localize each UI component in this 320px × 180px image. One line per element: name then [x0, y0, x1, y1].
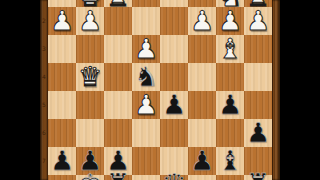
square-c8[interactable]	[188, 175, 216, 180]
square-b6[interactable]	[216, 119, 244, 147]
square-e4[interactable]: ♞	[132, 63, 160, 91]
square-d4[interactable]	[160, 63, 188, 91]
piece-white-pawn-e3[interactable]: ♟	[134, 35, 158, 63]
square-d8[interactable]: ♛	[160, 175, 188, 180]
square-a1[interactable]: ♜	[244, 0, 272, 7]
square-h3[interactable]	[48, 35, 76, 63]
square-a8[interactable]: ♜	[244, 175, 272, 180]
square-a4[interactable]	[244, 63, 272, 91]
square-e2[interactable]	[132, 7, 160, 35]
square-e5[interactable]: ♟	[132, 91, 160, 119]
piece-white-pawn-a2[interactable]: ♟	[246, 7, 270, 35]
piece-black-pawn-d5[interactable]: ♟	[162, 91, 186, 119]
square-h4[interactable]	[48, 63, 76, 91]
square-g8[interactable]: ♚	[76, 175, 104, 180]
square-e8[interactable]	[132, 175, 160, 180]
piece-black-knight-e4[interactable]: ♞	[134, 63, 158, 91]
square-f6[interactable]	[104, 119, 132, 147]
square-b8[interactable]	[216, 175, 244, 180]
square-f7[interactable]: ♟	[104, 147, 132, 175]
piece-white-pawn-g2[interactable]: ♟	[78, 7, 102, 35]
square-h1[interactable]	[48, 0, 76, 7]
rank-label-7: 7	[40, 157, 48, 165]
square-g1[interactable]: ♚	[76, 0, 104, 7]
square-g5[interactable]	[76, 91, 104, 119]
square-f3[interactable]	[104, 35, 132, 63]
screenshot-canvas: 234567 ♚♜♞♜♟♟♟♟♟♟♝♛♞♟♟♟♟♟♟♟♟♝♚♜♛♜	[0, 0, 320, 180]
square-b7[interactable]: ♝	[216, 147, 244, 175]
square-d6[interactable]	[160, 119, 188, 147]
piece-black-pawn-h7[interactable]: ♟	[50, 147, 74, 175]
square-c4[interactable]	[188, 63, 216, 91]
piece-white-pawn-c2[interactable]: ♟	[190, 7, 214, 35]
square-g2[interactable]: ♟	[76, 7, 104, 35]
rank-label-5: 5	[40, 101, 48, 109]
square-g3[interactable]	[76, 35, 104, 63]
square-h8[interactable]	[48, 175, 76, 180]
square-e1[interactable]	[132, 0, 160, 7]
square-b1[interactable]: ♞	[216, 0, 244, 7]
square-c3[interactable]	[188, 35, 216, 63]
square-d3[interactable]	[160, 35, 188, 63]
piece-black-pawn-b5[interactable]: ♟	[218, 91, 242, 119]
piece-black-pawn-f7[interactable]: ♟	[106, 147, 130, 175]
square-a2[interactable]: ♟	[244, 7, 272, 35]
square-b2[interactable]: ♟	[216, 7, 244, 35]
square-f5[interactable]	[104, 91, 132, 119]
rank-label-2: 2	[40, 17, 48, 25]
square-h7[interactable]: ♟	[48, 147, 76, 175]
square-c2[interactable]: ♟	[188, 7, 216, 35]
square-f1[interactable]: ♜	[104, 0, 132, 7]
piece-black-pawn-g7[interactable]: ♟	[78, 147, 102, 175]
chess-board-frame: 234567 ♚♜♞♜♟♟♟♟♟♟♝♛♞♟♟♟♟♟♟♟♟♝♚♜♛♜	[40, 0, 280, 180]
square-h2[interactable]: ♟	[48, 7, 76, 35]
square-b4[interactable]	[216, 63, 244, 91]
square-f4[interactable]	[104, 63, 132, 91]
piece-white-pawn-e5[interactable]: ♟	[134, 91, 158, 119]
square-e3[interactable]: ♟	[132, 35, 160, 63]
square-e7[interactable]	[132, 147, 160, 175]
square-a3[interactable]	[244, 35, 272, 63]
square-a7[interactable]	[244, 147, 272, 175]
square-b3[interactable]: ♝	[216, 35, 244, 63]
rank-label-6: 6	[40, 129, 48, 137]
rank-label-3: 3	[40, 45, 48, 53]
piece-white-pawn-b2[interactable]: ♟	[218, 7, 242, 35]
square-g6[interactable]	[76, 119, 104, 147]
square-c7[interactable]: ♟	[188, 147, 216, 175]
piece-black-pawn-a6[interactable]: ♟	[246, 119, 270, 147]
square-g7[interactable]: ♟	[76, 147, 104, 175]
square-h5[interactable]	[48, 91, 76, 119]
rank-label-4: 4	[40, 73, 48, 81]
square-c1[interactable]	[188, 0, 216, 7]
square-b5[interactable]: ♟	[216, 91, 244, 119]
square-f8[interactable]: ♜	[104, 175, 132, 180]
square-h6[interactable]	[48, 119, 76, 147]
piece-black-pawn-c7[interactable]: ♟	[190, 147, 214, 175]
square-d2[interactable]	[160, 7, 188, 35]
square-a6[interactable]: ♟	[244, 119, 272, 147]
square-e6[interactable]	[132, 119, 160, 147]
piece-white-queen-g4[interactable]: ♛	[78, 63, 102, 91]
square-d1[interactable]	[160, 0, 188, 7]
piece-white-pawn-h2[interactable]: ♟	[50, 7, 74, 35]
square-d5[interactable]: ♟	[160, 91, 188, 119]
piece-black-bishop-b7[interactable]: ♝	[218, 147, 242, 175]
square-c5[interactable]	[188, 91, 216, 119]
square-f2[interactable]	[104, 7, 132, 35]
square-c6[interactable]	[188, 119, 216, 147]
chess-board[interactable]: ♚♜♞♜♟♟♟♟♟♟♝♛♞♟♟♟♟♟♟♟♟♝♚♜♛♜	[48, 0, 272, 180]
square-g4[interactable]: ♛	[76, 63, 104, 91]
square-a5[interactable]	[244, 91, 272, 119]
piece-white-bishop-b3[interactable]: ♝	[218, 35, 242, 63]
square-d7[interactable]	[160, 147, 188, 175]
